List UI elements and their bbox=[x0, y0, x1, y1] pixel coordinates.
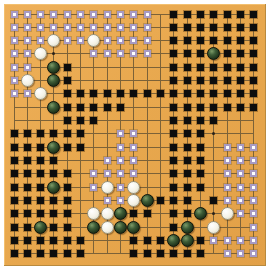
black-territory-marker bbox=[144, 90, 151, 97]
black-territory-marker bbox=[184, 184, 191, 191]
black-territory-marker bbox=[250, 104, 257, 111]
black-territory-marker bbox=[250, 37, 257, 44]
black-stone[interactable] bbox=[181, 221, 194, 234]
white-territory-marker bbox=[77, 37, 84, 44]
black-territory-marker bbox=[64, 64, 71, 71]
white-territory-marker bbox=[117, 37, 124, 44]
black-territory-marker bbox=[170, 197, 177, 204]
white-territory-marker bbox=[104, 197, 111, 204]
white-territory-marker bbox=[11, 50, 18, 57]
white-territory-marker bbox=[117, 11, 124, 18]
white-territory-marker bbox=[224, 237, 231, 244]
white-territory-marker bbox=[250, 237, 257, 244]
black-territory-marker bbox=[117, 90, 124, 97]
black-territory-marker bbox=[224, 11, 231, 18]
black-territory-marker bbox=[184, 250, 191, 257]
white-territory-marker bbox=[237, 237, 244, 244]
black-territory-marker bbox=[130, 250, 137, 257]
black-territory-marker bbox=[197, 77, 204, 84]
black-territory-marker bbox=[170, 90, 177, 97]
white-territory-marker bbox=[64, 24, 71, 31]
black-territory-marker bbox=[210, 77, 217, 84]
white-territory-marker bbox=[237, 250, 244, 257]
black-territory-marker bbox=[210, 197, 217, 204]
white-territory-marker bbox=[117, 50, 124, 57]
black-territory-marker bbox=[64, 90, 71, 97]
black-territory-marker bbox=[77, 144, 84, 151]
black-territory-marker bbox=[24, 210, 31, 217]
white-territory-marker bbox=[90, 11, 97, 18]
black-territory-marker bbox=[64, 250, 71, 257]
black-territory-marker bbox=[197, 170, 204, 177]
white-territory-marker bbox=[24, 11, 31, 18]
white-territory-marker bbox=[224, 170, 231, 177]
black-territory-marker bbox=[64, 117, 71, 124]
black-territory-marker bbox=[37, 144, 44, 151]
white-territory-marker bbox=[144, 11, 151, 18]
black-territory-marker bbox=[130, 210, 137, 217]
black-territory-marker bbox=[157, 197, 164, 204]
white-territory-marker bbox=[117, 157, 124, 164]
white-territory-marker bbox=[224, 144, 231, 151]
black-territory-marker bbox=[50, 237, 57, 244]
white-territory-marker bbox=[90, 24, 97, 31]
white-territory-marker bbox=[144, 37, 151, 44]
white-territory-marker bbox=[104, 170, 111, 177]
black-territory-marker bbox=[37, 157, 44, 164]
black-territory-marker bbox=[250, 77, 257, 84]
black-territory-marker bbox=[184, 24, 191, 31]
black-stone[interactable] bbox=[114, 221, 127, 234]
black-territory-marker bbox=[24, 144, 31, 151]
black-territory-marker bbox=[184, 50, 191, 57]
black-territory-marker bbox=[64, 130, 71, 137]
white-territory-marker bbox=[104, 37, 111, 44]
black-territory-marker bbox=[50, 210, 57, 217]
black-territory-marker bbox=[170, 64, 177, 71]
black-territory-marker bbox=[11, 157, 18, 164]
black-territory-marker bbox=[170, 130, 177, 137]
black-territory-marker bbox=[184, 144, 191, 151]
white-territory-marker bbox=[237, 197, 244, 204]
black-territory-marker bbox=[170, 210, 177, 217]
black-territory-marker bbox=[11, 144, 18, 151]
black-territory-marker bbox=[77, 237, 84, 244]
white-territory-marker bbox=[130, 24, 137, 31]
white-territory-marker bbox=[224, 250, 231, 257]
black-territory-marker bbox=[64, 197, 71, 204]
black-territory-marker bbox=[184, 90, 191, 97]
black-territory-marker bbox=[184, 170, 191, 177]
black-territory-marker bbox=[37, 184, 44, 191]
white-territory-marker bbox=[24, 64, 31, 71]
black-territory-marker bbox=[197, 184, 204, 191]
black-territory-marker bbox=[197, 250, 204, 257]
black-territory-marker bbox=[170, 250, 177, 257]
white-territory-marker bbox=[237, 210, 244, 217]
black-territory-marker bbox=[50, 197, 57, 204]
black-territory-marker bbox=[210, 104, 217, 111]
black-territory-marker bbox=[24, 170, 31, 177]
white-territory-marker bbox=[237, 184, 244, 191]
black-territory-marker bbox=[184, 64, 191, 71]
black-territory-marker bbox=[237, 24, 244, 31]
white-territory-marker bbox=[130, 157, 137, 164]
black-territory-marker bbox=[77, 117, 84, 124]
white-territory-marker bbox=[117, 130, 124, 137]
black-territory-marker bbox=[77, 90, 84, 97]
black-territory-marker bbox=[197, 64, 204, 71]
black-territory-marker bbox=[184, 117, 191, 124]
white-territory-marker bbox=[130, 130, 137, 137]
white-stone[interactable] bbox=[101, 181, 114, 194]
black-territory-marker bbox=[237, 37, 244, 44]
black-territory-marker bbox=[224, 104, 231, 111]
white-territory-marker bbox=[144, 50, 151, 57]
black-territory-marker bbox=[157, 90, 164, 97]
white-territory-marker bbox=[104, 50, 111, 57]
black-territory-marker bbox=[184, 157, 191, 164]
black-territory-marker bbox=[250, 24, 257, 31]
white-territory-marker bbox=[250, 184, 257, 191]
black-territory-marker bbox=[184, 197, 191, 204]
black-territory-marker bbox=[210, 24, 217, 31]
white-territory-marker bbox=[237, 170, 244, 177]
black-territory-marker bbox=[170, 11, 177, 18]
black-territory-marker bbox=[50, 250, 57, 257]
black-territory-marker bbox=[197, 50, 204, 57]
black-territory-marker bbox=[224, 50, 231, 57]
black-territory-marker bbox=[24, 197, 31, 204]
black-territory-marker bbox=[11, 237, 18, 244]
black-territory-marker bbox=[184, 11, 191, 18]
white-territory-marker bbox=[250, 210, 257, 217]
black-territory-marker bbox=[197, 117, 204, 124]
black-territory-marker bbox=[170, 224, 177, 231]
white-territory-marker bbox=[130, 144, 137, 151]
black-territory-marker bbox=[11, 210, 18, 217]
black-territory-marker bbox=[224, 90, 231, 97]
white-territory-marker bbox=[250, 250, 257, 257]
board-gridline-vertical bbox=[160, 14, 161, 255]
white-territory-marker bbox=[144, 24, 151, 31]
black-territory-marker bbox=[170, 104, 177, 111]
black-territory-marker bbox=[170, 117, 177, 124]
black-territory-marker bbox=[250, 90, 257, 97]
white-stone[interactable] bbox=[101, 221, 114, 234]
black-territory-marker bbox=[144, 237, 151, 244]
black-stone[interactable] bbox=[141, 194, 154, 207]
white-territory-marker bbox=[130, 50, 137, 57]
black-territory-marker bbox=[197, 90, 204, 97]
black-territory-marker bbox=[197, 24, 204, 31]
go-app-screenshot bbox=[0, 0, 270, 270]
black-territory-marker bbox=[170, 77, 177, 84]
black-territory-marker bbox=[77, 250, 84, 257]
black-territory-marker bbox=[170, 144, 177, 151]
white-territory-marker bbox=[37, 11, 44, 18]
black-territory-marker bbox=[197, 144, 204, 151]
white-territory-marker bbox=[117, 170, 124, 177]
white-territory-marker bbox=[24, 24, 31, 31]
black-territory-marker bbox=[11, 224, 18, 231]
black-territory-marker bbox=[104, 90, 111, 97]
white-territory-marker bbox=[104, 11, 111, 18]
white-territory-marker bbox=[250, 157, 257, 164]
white-territory-marker bbox=[104, 24, 111, 31]
white-territory-marker bbox=[250, 197, 257, 204]
black-territory-marker bbox=[210, 117, 217, 124]
black-territory-marker bbox=[50, 170, 57, 177]
white-territory-marker bbox=[224, 157, 231, 164]
white-territory-marker bbox=[11, 24, 18, 31]
black-territory-marker bbox=[197, 157, 204, 164]
black-territory-marker bbox=[37, 210, 44, 217]
black-territory-marker bbox=[64, 237, 71, 244]
black-territory-marker bbox=[224, 37, 231, 44]
black-territory-marker bbox=[50, 224, 57, 231]
white-territory-marker bbox=[24, 37, 31, 44]
black-territory-marker bbox=[11, 130, 18, 137]
white-territory-marker bbox=[237, 144, 244, 151]
black-territory-marker bbox=[37, 197, 44, 204]
white-territory-marker bbox=[11, 64, 18, 71]
black-territory-marker bbox=[237, 50, 244, 57]
white-territory-marker bbox=[90, 170, 97, 177]
black-territory-marker bbox=[184, 37, 191, 44]
black-territory-marker bbox=[24, 250, 31, 257]
black-territory-marker bbox=[210, 37, 217, 44]
black-territory-marker bbox=[170, 24, 177, 31]
black-territory-marker bbox=[210, 90, 217, 97]
white-territory-marker bbox=[11, 11, 18, 18]
black-territory-marker bbox=[197, 104, 204, 111]
white-territory-marker bbox=[77, 24, 84, 31]
white-territory-marker bbox=[90, 50, 97, 57]
black-territory-marker bbox=[197, 130, 204, 137]
white-territory-marker bbox=[130, 170, 137, 177]
black-territory-marker bbox=[170, 37, 177, 44]
black-territory-marker bbox=[144, 250, 151, 257]
black-territory-marker bbox=[250, 64, 257, 71]
black-territory-marker bbox=[90, 117, 97, 124]
black-territory-marker bbox=[157, 237, 164, 244]
black-territory-marker bbox=[170, 157, 177, 164]
black-territory-marker bbox=[64, 170, 71, 177]
white-territory-marker bbox=[37, 37, 44, 44]
black-territory-marker bbox=[90, 104, 97, 111]
black-territory-marker bbox=[210, 64, 217, 71]
black-territory-marker bbox=[104, 104, 111, 111]
black-territory-marker bbox=[77, 130, 84, 137]
black-territory-marker bbox=[117, 104, 124, 111]
black-territory-marker bbox=[250, 11, 257, 18]
black-territory-marker bbox=[64, 184, 71, 191]
black-territory-marker bbox=[11, 184, 18, 191]
black-territory-marker bbox=[157, 250, 164, 257]
black-territory-marker bbox=[250, 50, 257, 57]
black-territory-marker bbox=[197, 237, 204, 244]
black-territory-marker bbox=[24, 130, 31, 137]
black-territory-marker bbox=[24, 237, 31, 244]
white-territory-marker bbox=[11, 37, 18, 44]
black-territory-marker bbox=[224, 64, 231, 71]
white-territory-marker bbox=[24, 50, 31, 57]
white-territory-marker bbox=[117, 144, 124, 151]
black-territory-marker bbox=[64, 210, 71, 217]
white-territory-marker bbox=[11, 90, 18, 97]
black-territory-marker bbox=[184, 130, 191, 137]
black-territory-marker bbox=[24, 184, 31, 191]
white-territory-marker bbox=[130, 11, 137, 18]
black-territory-marker bbox=[64, 104, 71, 111]
white-territory-marker bbox=[104, 157, 111, 164]
white-territory-marker bbox=[64, 37, 71, 44]
black-territory-marker bbox=[237, 104, 244, 111]
black-territory-marker bbox=[130, 237, 137, 244]
black-territory-marker bbox=[37, 130, 44, 137]
white-territory-marker bbox=[224, 184, 231, 191]
black-stone[interactable] bbox=[34, 221, 47, 234]
white-territory-marker bbox=[250, 144, 257, 151]
black-territory-marker bbox=[11, 197, 18, 204]
black-territory-marker bbox=[224, 24, 231, 31]
black-territory-marker bbox=[37, 237, 44, 244]
black-territory-marker bbox=[210, 11, 217, 18]
black-territory-marker bbox=[237, 90, 244, 97]
white-territory-marker bbox=[50, 24, 57, 31]
black-territory-marker bbox=[11, 170, 18, 177]
black-territory-marker bbox=[24, 157, 31, 164]
white-territory-marker bbox=[24, 90, 31, 97]
black-territory-marker bbox=[37, 170, 44, 177]
black-territory-marker bbox=[170, 170, 177, 177]
black-territory-marker bbox=[24, 224, 31, 231]
black-territory-marker bbox=[50, 130, 57, 137]
white-territory-marker bbox=[210, 237, 217, 244]
black-territory-marker bbox=[11, 250, 18, 257]
black-territory-marker bbox=[237, 77, 244, 84]
white-territory-marker bbox=[117, 197, 124, 204]
white-territory-marker bbox=[117, 184, 124, 191]
white-territory-marker bbox=[117, 24, 124, 31]
white-territory-marker bbox=[64, 11, 71, 18]
black-territory-marker bbox=[37, 250, 44, 257]
black-territory-marker bbox=[197, 11, 204, 18]
black-territory-marker bbox=[144, 210, 151, 217]
white-territory-marker bbox=[250, 170, 257, 177]
white-territory-marker bbox=[37, 24, 44, 31]
black-territory-marker bbox=[90, 90, 97, 97]
white-stone[interactable] bbox=[21, 74, 34, 87]
white-territory-marker bbox=[50, 11, 57, 18]
black-territory-marker bbox=[224, 77, 231, 84]
black-territory-marker bbox=[77, 104, 84, 111]
black-territory-marker bbox=[64, 77, 71, 84]
black-territory-marker bbox=[197, 37, 204, 44]
white-territory-marker bbox=[77, 11, 84, 18]
white-territory-marker bbox=[224, 197, 231, 204]
white-territory-marker bbox=[250, 224, 257, 231]
black-territory-marker bbox=[64, 224, 71, 231]
black-territory-marker bbox=[50, 157, 57, 164]
black-territory-marker bbox=[130, 90, 137, 97]
black-territory-marker bbox=[237, 11, 244, 18]
black-territory-marker bbox=[170, 184, 177, 191]
white-territory-marker bbox=[90, 184, 97, 191]
black-territory-marker bbox=[237, 64, 244, 71]
black-territory-marker bbox=[184, 104, 191, 111]
black-territory-marker bbox=[64, 144, 71, 151]
white-territory-marker bbox=[237, 157, 244, 164]
white-territory-marker bbox=[11, 77, 18, 84]
black-stone[interactable] bbox=[181, 234, 194, 247]
white-territory-marker bbox=[130, 37, 137, 44]
black-territory-marker bbox=[170, 50, 177, 57]
black-territory-marker bbox=[184, 210, 191, 217]
black-territory-marker bbox=[184, 77, 191, 84]
